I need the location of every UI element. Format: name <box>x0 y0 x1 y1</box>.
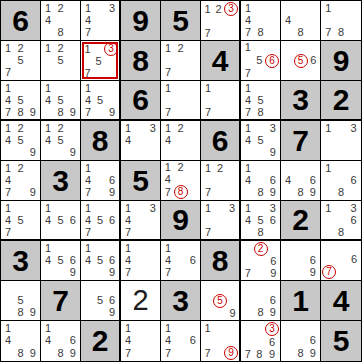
candidate-2: 2 <box>14 42 26 54</box>
candidate-3: 3 <box>267 122 279 134</box>
candidate-1: 1 <box>42 2 54 14</box>
candidate-7: 7 <box>242 348 254 360</box>
cell-r7c5[interactable]: 1467 <box>161 241 201 281</box>
candidate-4: 4 <box>282 174 294 186</box>
cell-r4c1[interactable]: 12459 <box>1 121 41 161</box>
candidate-9: 9 <box>307 187 319 199</box>
cell-r7c3[interactable]: 14569 <box>81 241 121 281</box>
candidate-3: 3 <box>106 2 118 14</box>
cell-r3c7[interactable]: 14578 <box>241 81 281 121</box>
candidate-1: 1 <box>242 202 254 214</box>
highlighted-candidate-6: 6 <box>265 54 279 68</box>
given-digit: 3 <box>12 244 29 278</box>
candidate-7: 7 <box>2 226 14 238</box>
candidate-6: 6 <box>106 174 118 186</box>
highlighted-candidate-8: 8 <box>174 185 188 199</box>
candidate-1: 1 <box>2 322 14 335</box>
candidate-9: 9 <box>307 347 319 360</box>
cell-r2c1[interactable]: 1257 <box>1 41 41 81</box>
candidate-5: 5 <box>54 214 66 226</box>
candidate-6: 6 <box>106 254 118 266</box>
cell-r7c6[interactable]: 8 <box>201 241 241 281</box>
candidate-4: 4 <box>2 94 14 106</box>
candidate-2: 2 <box>54 2 66 14</box>
candidate-7: 7 <box>82 187 94 199</box>
candidate-9: 9 <box>224 346 238 360</box>
candidate-1: 1 <box>162 162 174 174</box>
candidate-6: 6 <box>267 174 279 186</box>
candidate-5: 5 <box>14 294 26 306</box>
candidate-4: 4 <box>42 335 54 348</box>
cell-r8c8[interactable]: 1 <box>281 281 321 321</box>
given-digit: 9 <box>172 203 189 237</box>
candidate-1: 1 <box>242 122 254 134</box>
candidate-4: 4 <box>42 134 54 146</box>
candidate-9: 9 <box>67 147 79 159</box>
cell-r3c2[interactable]: 14589 <box>41 81 81 121</box>
cell-r3c6[interactable]: 17 <box>201 81 241 121</box>
candidate-7: 7 <box>162 106 174 118</box>
candidate-7: 7 <box>162 267 174 279</box>
cell-r4c3[interactable]: 8 <box>81 121 121 161</box>
given-digit: 9 <box>333 44 350 78</box>
candidate-8: 8 <box>335 27 348 39</box>
candidate-7: 7 <box>82 226 94 238</box>
candidate-6: 6 <box>67 214 79 226</box>
candidate-1: 1 <box>122 242 134 254</box>
candidate-5: 5 <box>94 254 106 266</box>
cell-r2c3[interactable]: 1357 <box>81 41 121 81</box>
candidate-4: 4 <box>242 14 254 26</box>
cell-r5c8[interactable]: 4689 <box>281 161 321 201</box>
cell-r8c2[interactable]: 7 <box>41 281 81 321</box>
cell-r1c5[interactable]: 5 <box>161 1 201 41</box>
cell-r4c5[interactable]: 124 <box>161 121 201 161</box>
cell-r1c6[interactable]: 1237 <box>201 1 241 41</box>
candidate-1: 1 <box>42 202 54 214</box>
candidate-7: 7 <box>202 187 214 199</box>
cell-r4c7[interactable]: 13459 <box>241 121 281 161</box>
candidate-7: 7 <box>122 347 134 360</box>
candidate-4: 4 <box>162 134 174 146</box>
candidate-2: 2 <box>14 162 26 174</box>
cell-r8c1[interactable]: 589 <box>1 281 41 321</box>
cell-r7c7[interactable]: 2679 <box>241 241 281 281</box>
candidate-7: 7 <box>82 27 94 39</box>
candidate-7: 7 <box>202 106 214 118</box>
candidate-1: 1 <box>42 242 54 254</box>
given-digit: 2 <box>292 203 309 237</box>
candidate-7: 7 <box>242 27 254 39</box>
candidate-1: 1 <box>322 162 335 174</box>
given-digit: 5 <box>172 4 189 38</box>
candidate-4: 4 <box>242 214 254 226</box>
candidate-4: 4 <box>122 134 134 146</box>
given-digit: 8 <box>212 244 229 278</box>
candidate-3: 3 <box>347 202 360 214</box>
cell-r4c4[interactable]: 134 <box>121 121 161 161</box>
cell-r9c3[interactable]: 2 <box>81 321 121 361</box>
candidate-6: 6 <box>106 294 118 306</box>
candidate-4: 4 <box>82 94 94 106</box>
candidate-1: 1 <box>162 242 174 254</box>
solved-digit: 2 <box>132 284 148 317</box>
candidate-4: 4 <box>42 94 54 106</box>
candidate-2: 2 <box>214 162 226 174</box>
given-digit: 7 <box>292 124 309 158</box>
cell-r5c3[interactable]: 14679 <box>81 161 121 201</box>
candidate-2: 2 <box>54 122 66 134</box>
cell-r4c2[interactable]: 12459 <box>41 121 81 161</box>
candidate-4: 4 <box>82 254 94 266</box>
candidate-6: 6 <box>307 254 319 266</box>
candidate-8: 8 <box>254 226 266 238</box>
cell-r6c5[interactable]: 9 <box>161 201 201 241</box>
candidate-8: 8 <box>254 27 266 39</box>
candidate-4: 4 <box>2 174 14 186</box>
candidate-7: 7 <box>122 226 134 238</box>
candidate-8: 8 <box>254 187 266 199</box>
highlighted-candidate-5: 5 <box>213 294 227 308</box>
cell-r4c6[interactable]: 6 <box>201 121 241 161</box>
cell-r4c8[interactable]: 7 <box>281 121 321 161</box>
cell-r4c9[interactable]: 13 <box>321 121 361 161</box>
candidate-1: 1 <box>162 122 174 134</box>
candidate-9: 9 <box>265 348 279 360</box>
cell-r2c5[interactable]: 127 <box>161 41 201 81</box>
cell-r9c1[interactable]: 1489 <box>1 321 41 361</box>
candidate-4: 4 <box>122 254 134 266</box>
cell-r7c9[interactable]: 67 <box>321 241 361 281</box>
candidate-1: 1 <box>322 122 335 134</box>
candidate-5: 5 <box>14 214 26 226</box>
candidate-5: 5 <box>213 294 227 308</box>
candidate-3: 3 <box>104 42 118 56</box>
candidate-1: 1 <box>82 82 94 94</box>
candidate-9: 9 <box>106 106 118 118</box>
cell-r9c6[interactable]: 179 <box>201 321 241 361</box>
candidate-5: 5 <box>14 54 26 66</box>
candidate-5: 5 <box>94 94 106 106</box>
candidate-1: 1 <box>82 202 94 214</box>
cell-r6c4[interactable]: 1347 <box>121 201 161 241</box>
given-digit: 6 <box>12 4 29 38</box>
given-digit: 8 <box>92 124 109 158</box>
cell-r3c5[interactable]: 17 <box>161 81 201 121</box>
candidate-1: 1 <box>82 42 93 56</box>
candidate-5: 5 <box>254 214 266 226</box>
candidate-9: 9 <box>67 106 79 118</box>
cell-r2c4[interactable]: 8 <box>121 41 161 81</box>
cell-r1c7[interactable]: 1478 <box>241 1 281 41</box>
candidate-2: 2 <box>174 42 186 54</box>
given-digit: 6 <box>212 124 229 158</box>
candidate-3: 3 <box>147 122 159 134</box>
candidate-6: 6 <box>187 254 199 266</box>
candidate-7: 7 <box>162 67 174 79</box>
given-digit: 4 <box>212 44 229 78</box>
cell-r5c4[interactable]: 5 <box>121 161 161 201</box>
candidate-1: 1 <box>42 322 54 335</box>
candidate-9: 9 <box>106 267 118 279</box>
candidate-7: 7 <box>322 265 336 279</box>
candidate-5: 5 <box>254 134 266 146</box>
candidate-5: 5 <box>14 94 26 106</box>
candidate-6: 6 <box>265 336 279 348</box>
candidate-1: 1 <box>322 2 335 14</box>
candidate-2: 2 <box>213 2 224 16</box>
candidate-9: 9 <box>27 147 39 159</box>
candidate-6: 6 <box>347 174 360 186</box>
candidate-9: 9 <box>27 307 39 319</box>
candidate-4: 4 <box>42 214 54 226</box>
candidate-3: 3 <box>226 202 238 214</box>
candidate-4: 4 <box>162 174 174 186</box>
candidate-6: 6 <box>67 335 79 348</box>
candidate-1: 1 <box>82 242 94 254</box>
candidate-1: 1 <box>2 122 14 134</box>
candidate-9: 9 <box>268 268 280 280</box>
candidate-7: 7 <box>2 67 14 79</box>
candidate-1: 1 <box>122 202 134 214</box>
cell-r5c6[interactable]: 127 <box>201 161 241 201</box>
candidate-8: 8 <box>14 106 26 118</box>
cell-r5c5[interactable]: 12478 <box>161 161 201 201</box>
cell-r7c4[interactable]: 147 <box>121 241 161 281</box>
candidate-7: 7 <box>2 106 14 118</box>
candidate-8: 8 <box>254 106 266 118</box>
sudoku-board: 6124813479512371478481781257125135781274… <box>0 0 362 362</box>
candidate-9: 9 <box>106 187 118 199</box>
cell-r9c2[interactable]: 14689 <box>41 321 81 361</box>
candidate-9: 9 <box>267 147 279 159</box>
candidate-7: 7 <box>122 267 134 279</box>
candidate-1: 1 <box>202 162 214 174</box>
candidate-4: 4 <box>242 134 254 146</box>
cell-r1c8[interactable]: 48 <box>281 1 321 41</box>
candidate-1: 1 <box>2 202 14 214</box>
candidate-1: 1 <box>242 2 254 14</box>
given-digit: 6 <box>132 83 149 117</box>
candidate-4: 4 <box>162 254 174 266</box>
candidate-7: 7 <box>242 268 254 280</box>
cell-r9c5[interactable]: 1467 <box>161 321 201 361</box>
cell-r9c4[interactable]: 147 <box>121 321 161 361</box>
candidate-6: 6 <box>308 54 320 68</box>
cell-r9c7[interactable]: 36789 <box>241 321 281 361</box>
candidate-8: 8 <box>335 187 348 199</box>
candidate-7: 7 <box>162 185 174 199</box>
candidate-8: 8 <box>174 185 188 199</box>
cell-r2c6[interactable]: 4 <box>201 41 241 81</box>
cell-r8c3[interactable]: 569 <box>81 281 121 321</box>
cell-r3c3[interactable]: 14579 <box>81 81 121 121</box>
cell-r8c4[interactable]: 2 <box>121 281 161 321</box>
highlighted-candidate-3: 3 <box>224 2 238 16</box>
candidate-4: 4 <box>2 134 14 146</box>
candidate-1: 1 <box>82 2 94 14</box>
candidate-5: 5 <box>54 254 66 266</box>
given-digit: 4 <box>333 284 350 318</box>
candidate-1: 1 <box>122 322 134 335</box>
cell-r6c7[interactable]: 134568 <box>241 201 281 241</box>
candidate-1: 1 <box>242 42 254 54</box>
candidate-9: 9 <box>267 307 279 319</box>
cell-r5c2[interactable]: 3 <box>41 161 81 201</box>
candidate-1: 1 <box>42 82 54 94</box>
candidate-4: 4 <box>242 94 254 106</box>
candidate-6: 6 <box>267 294 279 306</box>
candidate-8: 8 <box>335 226 348 238</box>
candidate-1: 1 <box>202 202 214 214</box>
candidate-2: 2 <box>254 242 268 256</box>
cell-r8c5[interactable]: 3 <box>161 281 201 321</box>
candidate-6: 6 <box>348 254 360 266</box>
candidate-1: 1 <box>2 42 14 54</box>
candidate-9: 9 <box>27 347 39 360</box>
candidate-7: 7 <box>242 106 254 118</box>
candidate-7: 7 <box>242 68 254 80</box>
candidate-2: 2 <box>54 42 66 54</box>
candidate-1: 1 <box>202 322 213 334</box>
candidate-1: 1 <box>162 82 174 94</box>
cell-r8c7[interactable]: 689 <box>241 281 281 321</box>
candidate-5: 5 <box>54 54 66 66</box>
candidate-7: 7 <box>82 68 93 80</box>
candidate-4: 4 <box>82 14 94 26</box>
highlighted-candidate-2: 2 <box>254 242 268 256</box>
given-digit: 8 <box>132 44 149 78</box>
given-digit: 3 <box>52 164 69 198</box>
cell-r3c8[interactable]: 3 <box>281 81 321 121</box>
candidate-5: 5 <box>54 134 66 146</box>
candidate-8: 8 <box>54 347 66 360</box>
cell-r7c2[interactable]: 14569 <box>41 241 81 281</box>
cell-r5c9[interactable]: 168 <box>321 161 361 201</box>
candidate-8: 8 <box>294 27 306 39</box>
candidate-2: 2 <box>174 162 188 174</box>
cell-r1c4[interactable]: 9 <box>121 1 161 41</box>
cell-r7c8[interactable]: 69 <box>281 241 321 281</box>
candidate-6: 6 <box>267 214 279 226</box>
candidate-5: 5 <box>254 94 266 106</box>
cell-r6c2[interactable]: 1456 <box>41 201 81 241</box>
candidate-7: 7 <box>322 27 335 39</box>
given-digit: 5 <box>333 324 350 358</box>
cell-r9c8[interactable]: 689 <box>281 321 321 361</box>
cell-r6c1[interactable]: 1457 <box>1 201 41 241</box>
candidate-6: 6 <box>265 54 279 68</box>
cell-r2c7[interactable]: 1567 <box>241 41 281 81</box>
candidate-2: 2 <box>174 122 186 134</box>
cell-r8c6[interactable]: 59 <box>201 281 241 321</box>
cell-r8c9[interactable]: 4 <box>321 281 361 321</box>
candidate-5: 5 <box>254 54 266 68</box>
candidate-4: 4 <box>122 335 134 348</box>
candidate-8: 8 <box>54 106 66 118</box>
cell-r1c2[interactable]: 1248 <box>41 1 81 41</box>
cell-r9c9[interactable]: 5 <box>321 321 361 361</box>
candidate-7: 7 <box>82 106 94 118</box>
candidate-8: 8 <box>14 347 26 360</box>
cell-r3c9[interactable]: 2 <box>321 81 361 121</box>
highlighted-candidate-3: 3 <box>265 322 279 336</box>
cell-r1c1[interactable]: 6 <box>1 1 41 41</box>
candidate-7: 7 <box>202 28 213 40</box>
candidate-5: 5 <box>93 56 104 68</box>
given-digit: 7 <box>52 284 69 318</box>
candidate-6: 6 <box>347 214 360 226</box>
cell-r3c4[interactable]: 6 <box>121 81 161 121</box>
candidate-3: 3 <box>267 202 279 214</box>
candidate-5: 5 <box>54 94 66 106</box>
cell-r1c9[interactable]: 178 <box>321 1 361 41</box>
candidate-9: 9 <box>27 106 39 118</box>
candidate-8: 8 <box>14 307 26 319</box>
cell-r2c8[interactable]: 56 <box>281 41 321 81</box>
candidate-5: 5 <box>94 214 106 226</box>
cell-r6c8[interactable]: 2 <box>281 201 321 241</box>
candidate-7: 7 <box>202 226 214 238</box>
candidate-4: 4 <box>82 174 94 186</box>
candidate-9: 9 <box>106 307 118 319</box>
cell-r6c6[interactable]: 137 <box>201 201 241 241</box>
candidate-3: 3 <box>224 2 238 16</box>
candidate-6: 6 <box>307 174 319 186</box>
candidate-1: 1 <box>2 162 14 174</box>
candidate-9: 9 <box>267 187 279 199</box>
cell-r6c9[interactable]: 1368 <box>321 201 361 241</box>
highlighted-candidate-9: 9 <box>224 346 238 360</box>
cell-r3c1[interactable]: 145789 <box>1 81 41 121</box>
candidate-9: 9 <box>307 267 319 279</box>
given-digit: 3 <box>292 83 309 117</box>
cell-r6c3[interactable]: 14567 <box>81 201 121 241</box>
given-digit: 9 <box>132 4 149 38</box>
candidate-6: 6 <box>67 254 79 266</box>
candidate-9: 9 <box>67 347 79 360</box>
given-digit: 1 <box>292 284 309 318</box>
candidate-6: 6 <box>307 335 319 348</box>
cell-r2c2[interactable]: 125 <box>41 41 81 81</box>
candidate-1: 1 <box>122 122 134 134</box>
cell-r2c9[interactable]: 9 <box>321 41 361 81</box>
candidate-8: 8 <box>294 347 306 360</box>
candidate-4: 4 <box>122 214 134 226</box>
cell-r7c1[interactable]: 3 <box>1 241 41 281</box>
cell-r5c7[interactable]: 14689 <box>241 161 281 201</box>
candidate-4: 4 <box>162 335 174 348</box>
candidate-1: 1 <box>82 162 94 174</box>
candidate-4: 4 <box>242 174 254 186</box>
candidate-8: 8 <box>254 307 266 319</box>
candidate-5: 5 <box>94 294 106 306</box>
candidate-4: 4 <box>282 14 294 26</box>
given-digit: 3 <box>172 284 189 318</box>
cell-r1c3[interactable]: 1347 <box>81 1 121 41</box>
cell-r5c1[interactable]: 12479 <box>1 161 41 201</box>
candidate-8: 8 <box>254 348 266 360</box>
candidate-1: 1 <box>202 82 214 94</box>
given-digit: 2 <box>92 324 109 358</box>
candidate-4: 4 <box>42 14 54 26</box>
candidate-4: 4 <box>2 214 14 226</box>
candidate-1: 1 <box>2 82 14 94</box>
candidate-1: 1 <box>42 122 54 134</box>
candidate-6: 6 <box>106 214 118 226</box>
candidate-1: 1 <box>242 162 254 174</box>
candidate-1: 1 <box>322 202 335 214</box>
